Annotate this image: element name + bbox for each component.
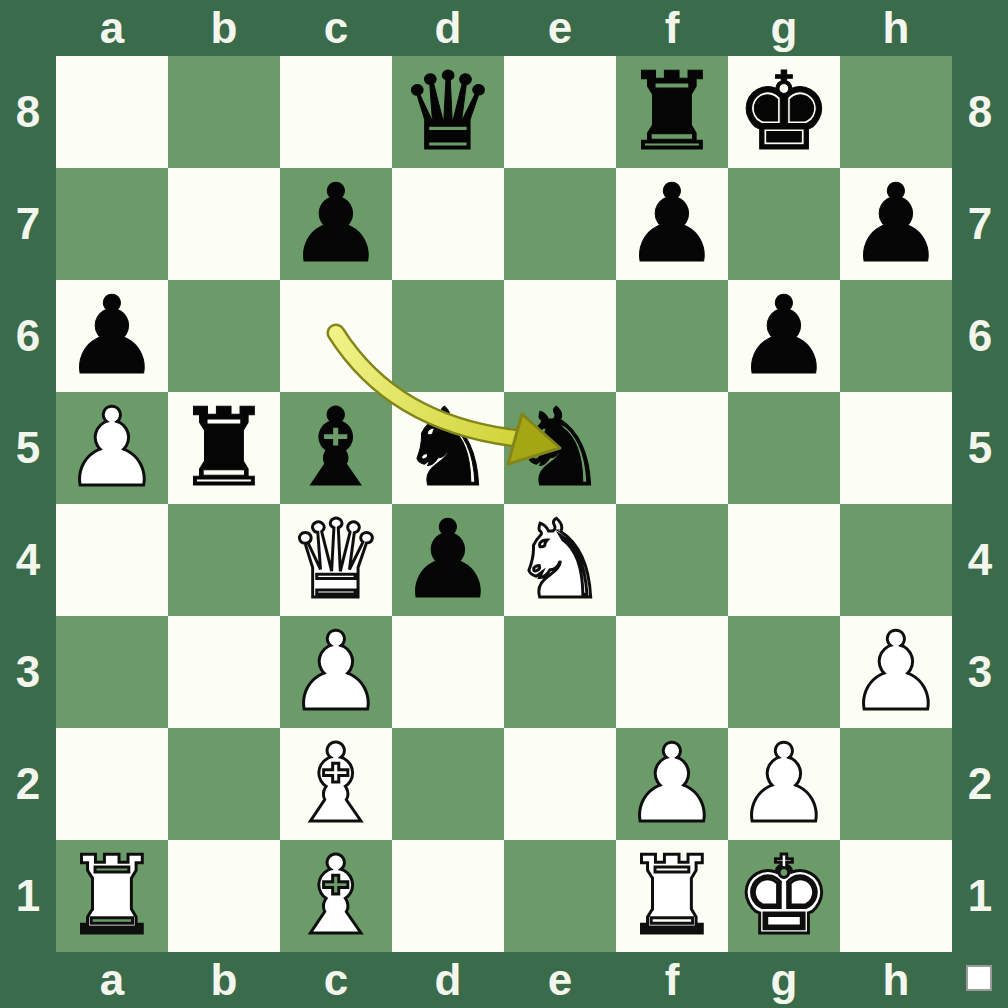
square-f8[interactable]: ♜ xyxy=(616,56,728,168)
file-label-c: c xyxy=(280,952,392,1008)
rank-label-1: 1 xyxy=(952,840,1008,952)
piece-white-knight-e4[interactable]: ♞ xyxy=(512,504,609,616)
square-b2[interactable] xyxy=(168,728,280,840)
piece-black-king-g8[interactable]: ♚ xyxy=(736,56,833,168)
square-e8[interactable] xyxy=(504,56,616,168)
square-e6[interactable] xyxy=(504,280,616,392)
piece-white-rook-f1[interactable]: ♜ xyxy=(624,840,721,952)
file-label-b: b xyxy=(168,0,280,56)
file-label-h: h xyxy=(840,0,952,56)
square-a1[interactable]: ♜ xyxy=(56,840,168,952)
square-f5[interactable] xyxy=(616,392,728,504)
square-c1[interactable]: ♝ xyxy=(280,840,392,952)
piece-black-rook-f8[interactable]: ♜ xyxy=(624,56,721,168)
file-label-e: e xyxy=(504,0,616,56)
file-label-a: a xyxy=(56,0,168,56)
piece-white-pawn-g2[interactable]: ♟ xyxy=(736,728,833,840)
square-d8[interactable]: ♛ xyxy=(392,56,504,168)
square-c2[interactable]: ♝ xyxy=(280,728,392,840)
file-label-c: c xyxy=(280,0,392,56)
rank-label-8: 8 xyxy=(0,56,56,168)
square-a3[interactable] xyxy=(56,616,168,728)
square-a7[interactable] xyxy=(56,168,168,280)
square-a8[interactable] xyxy=(56,56,168,168)
piece-white-bishop-c1[interactable]: ♝ xyxy=(288,840,385,952)
square-c8[interactable] xyxy=(280,56,392,168)
file-label-g: g xyxy=(728,0,840,56)
rank-labels-right: 87654321 xyxy=(952,56,1008,952)
rank-label-3: 3 xyxy=(952,616,1008,728)
square-d7[interactable] xyxy=(392,168,504,280)
square-g6[interactable]: ♟ xyxy=(728,280,840,392)
square-f4[interactable] xyxy=(616,504,728,616)
square-b6[interactable] xyxy=(168,280,280,392)
board: ♛♜♚♟♟♟♟♟♟♜♝♞♞♛♟♞♟♟♝♟♟♜♝♜♚ xyxy=(56,56,952,952)
piece-black-bishop-c5[interactable]: ♝ xyxy=(288,392,385,504)
file-label-h: h xyxy=(840,952,952,1008)
square-b5[interactable]: ♜ xyxy=(168,392,280,504)
square-d5[interactable]: ♞ xyxy=(392,392,504,504)
piece-white-queen-c4[interactable]: ♛ xyxy=(288,504,385,616)
square-a2[interactable] xyxy=(56,728,168,840)
square-c5[interactable]: ♝ xyxy=(280,392,392,504)
piece-black-rook-b5[interactable]: ♜ xyxy=(176,392,273,504)
rank-label-2: 2 xyxy=(952,728,1008,840)
rank-label-4: 4 xyxy=(952,504,1008,616)
square-g3[interactable] xyxy=(728,616,840,728)
square-d2[interactable] xyxy=(392,728,504,840)
rank-label-3: 3 xyxy=(0,616,56,728)
rank-label-4: 4 xyxy=(0,504,56,616)
piece-black-pawn-h7[interactable]: ♟ xyxy=(848,168,945,280)
piece-black-knight-d5[interactable]: ♞ xyxy=(400,392,497,504)
rank-label-8: 8 xyxy=(952,56,1008,168)
square-b7[interactable] xyxy=(168,168,280,280)
square-g8[interactable]: ♚ xyxy=(728,56,840,168)
square-e5[interactable]: ♞ xyxy=(504,392,616,504)
square-h1[interactable] xyxy=(840,840,952,952)
file-label-b: b xyxy=(168,952,280,1008)
square-a5[interactable]: ♟ xyxy=(56,392,168,504)
square-h2[interactable] xyxy=(840,728,952,840)
square-b8[interactable] xyxy=(168,56,280,168)
square-h3[interactable]: ♟ xyxy=(840,616,952,728)
square-e7[interactable] xyxy=(504,168,616,280)
rank-label-7: 7 xyxy=(952,168,1008,280)
square-e1[interactable] xyxy=(504,840,616,952)
square-h6[interactable] xyxy=(840,280,952,392)
square-c6[interactable] xyxy=(280,280,392,392)
square-g1[interactable]: ♚ xyxy=(728,840,840,952)
file-label-g: g xyxy=(728,952,840,1008)
square-h7[interactable]: ♟ xyxy=(840,168,952,280)
rank-label-6: 6 xyxy=(0,280,56,392)
square-f7[interactable]: ♟ xyxy=(616,168,728,280)
square-h4[interactable] xyxy=(840,504,952,616)
piece-black-pawn-a6[interactable]: ♟ xyxy=(64,280,161,392)
chessboard-widget: abcdefgh abcdefgh 87654321 87654321 ♛♜♚♟… xyxy=(0,0,1008,1008)
rank-label-5: 5 xyxy=(952,392,1008,504)
square-d6[interactable] xyxy=(392,280,504,392)
square-g2[interactable]: ♟ xyxy=(728,728,840,840)
square-f1[interactable]: ♜ xyxy=(616,840,728,952)
square-h5[interactable] xyxy=(840,392,952,504)
square-a6[interactable]: ♟ xyxy=(56,280,168,392)
square-d3[interactable] xyxy=(392,616,504,728)
square-c3[interactable]: ♟ xyxy=(280,616,392,728)
piece-black-pawn-g6[interactable]: ♟ xyxy=(736,280,833,392)
file-labels-top: abcdefgh xyxy=(56,0,952,56)
piece-black-queen-d8[interactable]: ♛ xyxy=(400,56,497,168)
square-h8[interactable] xyxy=(840,56,952,168)
square-a4[interactable] xyxy=(56,504,168,616)
file-label-f: f xyxy=(616,0,728,56)
rank-label-5: 5 xyxy=(0,392,56,504)
rank-labels-left: 87654321 xyxy=(0,56,56,952)
piece-white-pawn-h3[interactable]: ♟ xyxy=(848,616,945,728)
file-label-f: f xyxy=(616,952,728,1008)
square-g4[interactable] xyxy=(728,504,840,616)
square-e4[interactable]: ♞ xyxy=(504,504,616,616)
square-d4[interactable]: ♟ xyxy=(392,504,504,616)
file-label-d: d xyxy=(392,0,504,56)
square-b3[interactable] xyxy=(168,616,280,728)
square-f6[interactable] xyxy=(616,280,728,392)
square-c7[interactable]: ♟ xyxy=(280,168,392,280)
file-label-e: e xyxy=(504,952,616,1008)
piece-white-bishop-c2[interactable]: ♝ xyxy=(288,728,385,840)
square-g7[interactable] xyxy=(728,168,840,280)
rank-label-7: 7 xyxy=(0,168,56,280)
square-b4[interactable] xyxy=(168,504,280,616)
piece-black-pawn-d4[interactable]: ♟ xyxy=(400,504,497,616)
rank-label-1: 1 xyxy=(0,840,56,952)
piece-black-pawn-c7[interactable]: ♟ xyxy=(288,168,385,280)
piece-white-pawn-f2[interactable]: ♟ xyxy=(624,728,721,840)
rank-label-2: 2 xyxy=(0,728,56,840)
square-e3[interactable] xyxy=(504,616,616,728)
rank-label-6: 6 xyxy=(952,280,1008,392)
square-g5[interactable] xyxy=(728,392,840,504)
square-f2[interactable]: ♟ xyxy=(616,728,728,840)
square-d1[interactable] xyxy=(392,840,504,952)
file-label-a: a xyxy=(56,952,168,1008)
piece-white-pawn-a5[interactable]: ♟ xyxy=(64,392,161,504)
piece-white-rook-a1[interactable]: ♜ xyxy=(64,840,161,952)
piece-white-king-g1[interactable]: ♚ xyxy=(736,840,833,952)
side-to-move-indicator xyxy=(966,965,992,991)
square-e2[interactable] xyxy=(504,728,616,840)
square-c4[interactable]: ♛ xyxy=(280,504,392,616)
square-b1[interactable] xyxy=(168,840,280,952)
piece-black-knight-e5[interactable]: ♞ xyxy=(512,392,609,504)
piece-black-pawn-f7[interactable]: ♟ xyxy=(624,168,721,280)
file-label-d: d xyxy=(392,952,504,1008)
file-labels-bottom: abcdefgh xyxy=(56,952,952,1008)
square-f3[interactable] xyxy=(616,616,728,728)
piece-white-pawn-c3[interactable]: ♟ xyxy=(288,616,385,728)
